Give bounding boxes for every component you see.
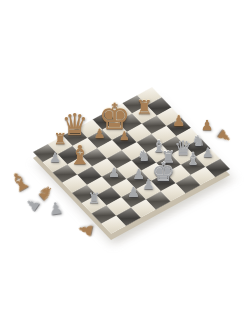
silver-pawn-captured: ♟ — [48, 200, 64, 218]
wood-bishop-captured: ♝ — [5, 166, 36, 198]
chess-set-product-photo: ♟♞♟♜♛♝♝♜♚♟♞♚♟♟♟♛♟♟♜♝♟♜♝♞♟♟♟♟♟ — [0, 0, 247, 309]
wood-pawn-captured: ♟ — [214, 126, 234, 146]
chess-board — [33, 87, 230, 234]
wood-knight-captured: ♞ — [34, 181, 58, 205]
wood-pawn-captured: ♟ — [201, 118, 214, 132]
silver-pawn-captured: ♟ — [23, 195, 43, 215]
